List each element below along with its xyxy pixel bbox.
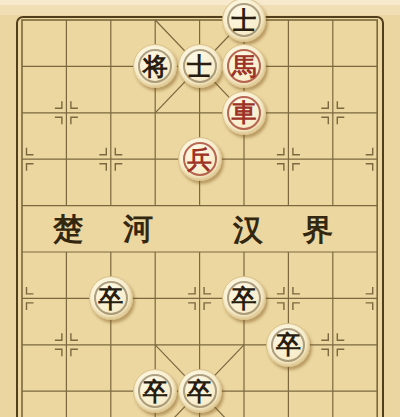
piece-black-soldier-1[interactable]: 卒 <box>89 276 133 320</box>
piece-black-soldier-5[interactable]: 卒 <box>178 369 222 413</box>
piece-black-advisor-1[interactable]: 士 <box>222 0 266 42</box>
piece-black-advisor-2[interactable]: 士 <box>178 44 222 88</box>
river-label-chu-he: 楚河 <box>53 212 193 246</box>
xiangqi-board[interactable]: 楚河 汉界 士将士馬車兵卒卒卒卒卒 <box>0 0 400 417</box>
river-label-han-jie: 汉界 <box>233 213 373 247</box>
piece-black-soldier-3[interactable]: 卒 <box>266 323 310 367</box>
piece-red-chariot[interactable]: 車 <box>222 91 266 135</box>
piece-red-soldier[interactable]: 兵 <box>178 137 222 181</box>
